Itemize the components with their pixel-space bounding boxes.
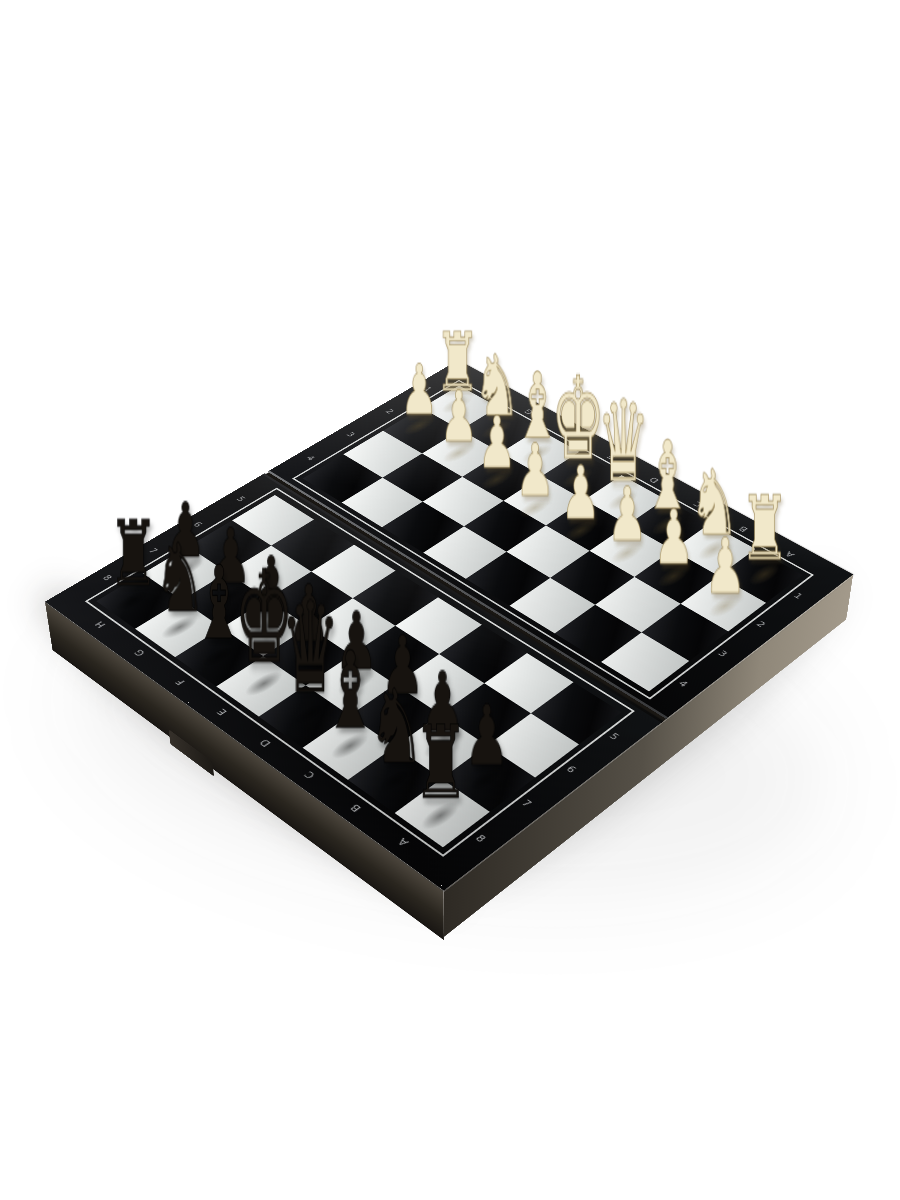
case-latch xyxy=(169,729,214,776)
square-d7 xyxy=(306,655,395,715)
coord-label-C: C xyxy=(300,768,319,782)
square-d8 xyxy=(259,685,350,747)
square-a6 xyxy=(487,713,579,777)
coord-label-D: D xyxy=(645,475,662,485)
square-e8 xyxy=(216,656,305,716)
coord-label-5: 5 xyxy=(604,730,623,743)
square-b7 xyxy=(395,714,487,778)
square-g8 xyxy=(135,600,222,657)
square-a4 xyxy=(601,632,689,691)
coord-label-8: 8 xyxy=(470,832,490,847)
square-c8 xyxy=(303,716,395,780)
coord-label-H: H xyxy=(91,619,109,631)
coord-label-G: G xyxy=(521,407,537,416)
square-b5 xyxy=(484,653,573,713)
photo-stage: 88776655HGFEDCBA 44332211HGFEDCBA ♜♞♝♛♚♝… xyxy=(0,0,900,1200)
coord-label-E: E xyxy=(212,706,231,719)
coord-label-4: 4 xyxy=(673,678,692,691)
coord-label-2: 2 xyxy=(381,407,397,416)
coord-label-8: 8 xyxy=(98,572,115,583)
square-b6 xyxy=(440,683,531,745)
coord-label-4: 4 xyxy=(302,453,318,463)
coord-label-F: F xyxy=(171,676,189,689)
coord-label-F: F xyxy=(561,429,577,439)
coord-label-7: 7 xyxy=(516,797,536,811)
coord-label-6: 6 xyxy=(561,763,581,777)
square-f8 xyxy=(175,628,263,687)
coord-label-A: A xyxy=(781,549,799,560)
square-d5 xyxy=(395,597,482,654)
square-c5 xyxy=(439,625,527,683)
coord-label-B: B xyxy=(346,801,366,815)
coord-label-A: A xyxy=(393,835,413,850)
square-a7 xyxy=(442,745,536,811)
coord-label-H: H xyxy=(481,386,497,395)
coord-label-3: 3 xyxy=(713,648,732,660)
coord-label-5: 5 xyxy=(232,494,249,504)
coord-label-E: E xyxy=(603,452,620,462)
square-a8 xyxy=(395,779,490,848)
coord-label-7: 7 xyxy=(144,546,161,557)
square-a5 xyxy=(531,682,622,744)
square-d6 xyxy=(351,626,439,685)
square-a3 xyxy=(642,604,729,661)
coord-label-B: B xyxy=(734,524,751,535)
coord-label-G: G xyxy=(130,647,148,659)
square-f7 xyxy=(222,599,309,656)
coord-label-6: 6 xyxy=(189,520,206,531)
square-b4 xyxy=(555,605,642,662)
square-c6 xyxy=(395,654,484,714)
square-e7 xyxy=(263,627,351,686)
coord-label-C: C xyxy=(689,499,706,509)
chess-board: 88776655HGFEDCBA 44332211HGFEDCBA ♜♞♝♛♚♝… xyxy=(45,360,853,891)
coord-label-1: 1 xyxy=(419,385,435,394)
coord-label-3: 3 xyxy=(342,430,358,440)
square-b8 xyxy=(348,747,442,813)
coord-label-2: 2 xyxy=(751,619,769,631)
coord-label-D: D xyxy=(255,736,274,749)
square-e6 xyxy=(309,598,396,655)
square-c7 xyxy=(350,684,441,746)
coord-label-1: 1 xyxy=(789,591,807,602)
